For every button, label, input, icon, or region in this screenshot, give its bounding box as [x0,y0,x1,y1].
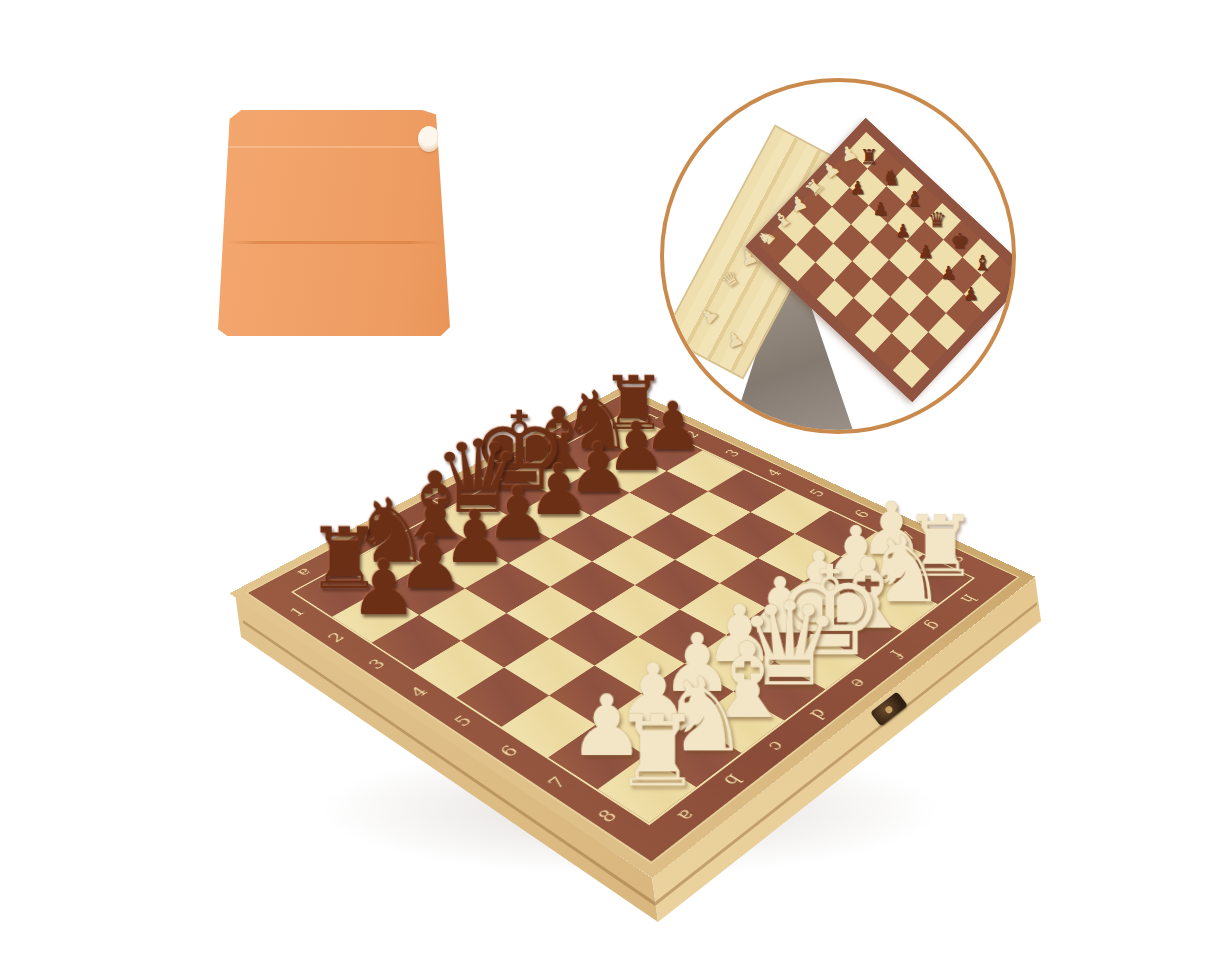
inset-dark-piece: ♝ [905,189,924,210]
inset-dark-piece: ♝ [973,253,992,274]
pouch-crease [227,241,440,244]
inset-dark-piece: ♚ [950,231,969,252]
inset-dark-piece: ♛ [928,210,947,231]
pouch-flap-seam [223,146,446,148]
storage-pouch [218,110,450,336]
dark-pawn: ♟ [350,549,418,625]
inset-dark-piece: ♟ [963,285,979,303]
inset-dark-piece: ♟ [849,179,865,197]
inset-dark-piece: ♟ [872,200,888,218]
light-rook: ♜ [613,702,701,800]
pouch-snap-button [418,126,440,152]
inset-dark-piece: ♞ [882,168,901,189]
folded-board-inset: ♜♞♝♛♚♝♟♟♟♟♟♟ ♟♟♜♟♝♞♟♛♟♟ [660,78,1016,434]
product-photo: ♜♞♝♛♚♝♟♟♟♟♟♟ ♟♟♜♟♝♞♟♛♟♟ aa11bb22cc33dd44… [0,0,1218,960]
inset-dark-piece: ♟ [940,264,956,282]
inset-dark-piece: ♟ [917,243,933,261]
inset-dark-piece: ♜ [860,147,879,168]
inset-dark-piece: ♟ [895,222,911,240]
clasp-pin [884,705,894,715]
